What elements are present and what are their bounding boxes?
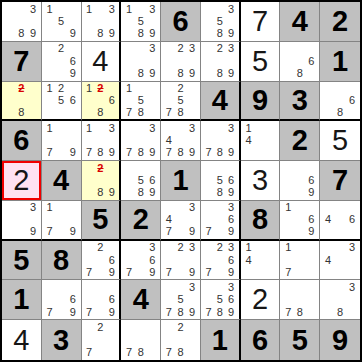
cell-r4c7[interactable]: 14 xyxy=(241,121,281,161)
cell-r3c7[interactable]: 9 xyxy=(241,82,281,122)
empty-mark-slot xyxy=(254,135,266,147)
cell-r8c8[interactable]: 78 xyxy=(280,280,320,320)
cell-r4c9[interactable]: 5 xyxy=(320,121,360,161)
cell-r4c2[interactable]: 179 xyxy=(42,121,82,161)
cell-r5c2[interactable]: 4 xyxy=(42,161,82,201)
cell-r8c3[interactable]: 679 xyxy=(82,280,122,320)
candidate-4: 4 xyxy=(243,254,255,266)
candidate-6: 6 xyxy=(106,294,117,306)
empty-mark-slot xyxy=(55,55,67,67)
pencil-marks: 179 xyxy=(42,121,81,160)
cell-value: 3 xyxy=(280,82,319,120)
cell-value: 1 xyxy=(2,280,41,319)
cell-r7c5[interactable]: 2379 xyxy=(161,241,201,281)
candidate-4: 4 xyxy=(322,254,334,266)
empty-mark-slot xyxy=(163,254,175,266)
empty-mark-slot xyxy=(95,122,106,134)
candidate-3: 3 xyxy=(147,43,159,55)
candidate-8: 8 xyxy=(135,187,147,199)
empty-mark-slot xyxy=(95,294,106,306)
empty-mark-slot xyxy=(203,294,214,306)
empty-mark-slot xyxy=(163,43,175,55)
cell-r7c8[interactable]: 17 xyxy=(280,241,320,281)
cell-value: 3 xyxy=(241,161,280,200)
cell-r1c2[interactable]: 159 xyxy=(42,2,82,42)
cell-r6c3[interactable]: 5 xyxy=(82,201,122,241)
candidate-7: 7 xyxy=(123,266,135,278)
cell-r3c1[interactable]: 28 xyxy=(2,82,42,122)
empty-mark-slot xyxy=(55,122,67,134)
cell-r6c7[interactable]: 8 xyxy=(241,201,281,241)
empty-mark-slot xyxy=(55,202,67,214)
cell-value: 8 xyxy=(241,201,280,239)
candidate-9: 9 xyxy=(67,226,79,238)
empty-mark-slot xyxy=(306,294,318,306)
candidate-7: 7 xyxy=(84,306,95,318)
candidate-3: 3 xyxy=(106,3,117,15)
empty-mark-slot xyxy=(186,254,198,266)
empty-mark-slot xyxy=(147,162,159,174)
cell-r5c7[interactable]: 3 xyxy=(241,161,281,201)
empty-mark-slot xyxy=(106,346,117,359)
cell-r7c6[interactable]: 23679 xyxy=(201,241,241,281)
empty-mark-slot xyxy=(322,242,334,254)
empty-mark-slot xyxy=(346,294,358,306)
cell-r1c6[interactable]: 3589 xyxy=(201,2,241,42)
cell-r5c3[interactable]: 289 xyxy=(82,161,122,201)
pencil-marks: 159 xyxy=(42,2,81,41)
cell-r9c5[interactable]: 278 xyxy=(161,320,201,360)
candidate-2-eliminated: 2 xyxy=(95,162,106,174)
candidate-7: 7 xyxy=(123,106,135,118)
pencil-marks: 1578 xyxy=(121,82,160,120)
empty-mark-slot xyxy=(254,147,266,159)
empty-mark-slot xyxy=(95,94,106,106)
empty-mark-slot xyxy=(282,67,294,79)
empty-mark-slot xyxy=(186,55,198,67)
cell-r9c1[interactable]: 4 xyxy=(2,320,42,360)
cell-r1c9[interactable]: 2 xyxy=(320,2,360,42)
cell-r2c8[interactable]: 68 xyxy=(280,42,320,82)
cell-r6c1[interactable]: 39 xyxy=(2,201,42,241)
empty-mark-slot xyxy=(282,214,294,226)
candidate-9: 9 xyxy=(67,67,79,79)
pencil-marks: 389 xyxy=(121,42,160,81)
empty-mark-slot xyxy=(123,122,135,134)
empty-mark-slot xyxy=(175,135,187,147)
candidate-9: 9 xyxy=(186,226,198,238)
empty-mark-slot xyxy=(147,55,159,67)
candidate-7: 7 xyxy=(203,226,214,238)
candidate-9: 9 xyxy=(186,67,198,79)
cell-r4c4[interactable]: 3789 xyxy=(121,121,161,161)
candidate-3: 3 xyxy=(106,122,117,134)
cell-r5c5[interactable]: 1 xyxy=(161,161,201,201)
cell-value: 1 xyxy=(161,161,200,200)
candidate-8: 8 xyxy=(16,106,28,118)
cell-r9c8[interactable]: 5 xyxy=(280,320,320,360)
empty-mark-slot xyxy=(84,334,95,347)
candidate-7: 7 xyxy=(163,147,175,159)
empty-mark-slot xyxy=(67,202,79,214)
cell-r3c3[interactable]: 1268 xyxy=(82,82,122,122)
empty-mark-slot xyxy=(203,281,214,293)
candidate-4: 4 xyxy=(243,135,255,147)
cell-r4c1[interactable]: 6 xyxy=(2,121,42,161)
empty-mark-slot xyxy=(266,242,278,254)
cell-value: 2 xyxy=(280,121,319,160)
empty-mark-slot xyxy=(214,122,225,134)
empty-mark-slot xyxy=(225,15,236,27)
empty-mark-slot xyxy=(67,135,79,147)
candidate-5: 5 xyxy=(55,15,67,27)
cell-value: 4 xyxy=(82,42,120,81)
candidate-5: 5 xyxy=(135,174,147,186)
cell-r2c6[interactable]: 2389 xyxy=(201,42,241,82)
candidate-6: 6 xyxy=(306,174,318,186)
empty-mark-slot xyxy=(55,28,67,40)
empty-mark-slot xyxy=(4,94,16,106)
candidate-7: 7 xyxy=(44,147,56,159)
empty-mark-slot xyxy=(55,281,67,293)
empty-mark-slot xyxy=(243,147,255,159)
empty-mark-slot xyxy=(322,94,334,106)
empty-mark-slot xyxy=(346,306,358,318)
pencil-marks: 679 xyxy=(82,280,120,319)
empty-mark-slot xyxy=(225,135,236,147)
cell-value: 6 xyxy=(241,320,280,360)
cell-r2c1[interactable]: 7 xyxy=(2,42,42,82)
candidate-9: 9 xyxy=(67,306,79,318)
candidate-5: 5 xyxy=(214,174,225,186)
empty-mark-slot xyxy=(322,294,334,306)
cell-r3c9[interactable]: 68 xyxy=(320,82,360,122)
empty-mark-slot xyxy=(27,83,39,95)
cell-r6c2[interactable]: 179 xyxy=(42,201,82,241)
candidate-9: 9 xyxy=(106,187,117,199)
empty-mark-slot xyxy=(175,214,187,226)
candidate-3: 3 xyxy=(225,43,236,55)
empty-mark-slot xyxy=(175,122,187,134)
cell-r7c2[interactable]: 8 xyxy=(42,241,82,281)
pencil-marks: 3679 xyxy=(201,201,239,239)
candidate-3: 3 xyxy=(225,122,236,134)
cell-r8c5[interactable]: 35789 xyxy=(161,280,201,320)
empty-mark-slot xyxy=(55,67,67,79)
empty-mark-slot xyxy=(135,254,147,266)
empty-mark-slot xyxy=(44,294,56,306)
cell-r1c5[interactable]: 6 xyxy=(161,2,201,42)
candidate-6: 6 xyxy=(147,174,159,186)
empty-mark-slot xyxy=(282,226,294,238)
candidate-7: 7 xyxy=(163,346,175,359)
empty-mark-slot xyxy=(4,226,16,238)
pencil-marks: 2679 xyxy=(82,241,120,280)
cell-r5c6[interactable]: 5689 xyxy=(201,161,241,201)
candidate-8: 8 xyxy=(214,306,225,318)
cell-r7c4[interactable]: 3679 xyxy=(121,241,161,281)
empty-mark-slot xyxy=(123,55,135,67)
candidate-9: 9 xyxy=(306,187,318,199)
cell-value: 3 xyxy=(42,320,81,360)
pencil-marks: 68 xyxy=(320,82,360,120)
pencil-marks: 78 xyxy=(121,320,160,360)
empty-mark-slot xyxy=(306,162,318,174)
cell-r7c9[interactable]: 34 xyxy=(320,241,360,281)
empty-mark-slot xyxy=(84,254,95,266)
candidate-3: 3 xyxy=(346,281,358,293)
cell-r7c3[interactable]: 2679 xyxy=(82,241,122,281)
empty-mark-slot xyxy=(84,162,95,174)
cell-r2c3[interactable]: 4 xyxy=(82,42,122,82)
cell-value: 7 xyxy=(320,161,360,200)
empty-mark-slot xyxy=(55,3,67,15)
candidate-5: 5 xyxy=(175,94,187,106)
candidate-9: 9 xyxy=(27,28,39,40)
cell-r3c5[interactable]: 2578 xyxy=(161,82,201,122)
cell-r6c9[interactable]: 46 xyxy=(320,201,360,241)
candidate-6: 6 xyxy=(106,94,117,106)
candidate-2: 2 xyxy=(214,242,225,254)
empty-mark-slot xyxy=(294,187,306,199)
empty-mark-slot xyxy=(346,226,358,238)
empty-mark-slot xyxy=(322,106,334,118)
candidate-1: 1 xyxy=(123,3,135,15)
candidate-4: 4 xyxy=(163,214,175,226)
candidate-9: 9 xyxy=(186,266,198,278)
empty-mark-slot xyxy=(294,294,306,306)
candidate-6: 6 xyxy=(346,94,358,106)
empty-mark-slot xyxy=(95,174,106,186)
candidate-5: 5 xyxy=(135,15,147,27)
cell-r9c7[interactable]: 6 xyxy=(241,320,281,360)
candidate-9: 9 xyxy=(147,147,159,159)
empty-mark-slot xyxy=(225,162,236,174)
pencil-marks: 35789 xyxy=(161,280,200,319)
candidate-9: 9 xyxy=(225,147,236,159)
cell-r3c8[interactable]: 3 xyxy=(280,82,320,122)
cell-value: 1 xyxy=(320,42,360,81)
candidate-7: 7 xyxy=(123,346,135,359)
candidate-9: 9 xyxy=(306,226,318,238)
cell-r6c6[interactable]: 3679 xyxy=(201,201,241,241)
empty-mark-slot xyxy=(135,55,147,67)
candidate-7: 7 xyxy=(203,266,214,278)
empty-mark-slot xyxy=(44,55,56,67)
cell-r1c4[interactable]: 13589 xyxy=(121,2,161,42)
pencil-marks: 38 xyxy=(320,280,360,319)
candidate-8: 8 xyxy=(135,67,147,79)
cell-r1c1[interactable]: 389 xyxy=(2,2,42,42)
cell-value: 1 xyxy=(201,320,239,360)
empty-mark-slot xyxy=(95,306,106,318)
cell-r8c2[interactable]: 679 xyxy=(42,280,82,320)
pencil-marks: 14 xyxy=(241,241,280,280)
empty-mark-slot xyxy=(55,226,67,238)
cell-r9c9[interactable]: 9 xyxy=(320,320,360,360)
candidate-7: 7 xyxy=(84,147,95,159)
empty-mark-slot xyxy=(135,3,147,15)
empty-mark-slot xyxy=(44,15,56,27)
pencil-marks: 28 xyxy=(2,82,41,120)
empty-mark-slot xyxy=(214,254,225,266)
pencil-marks: 2389 xyxy=(161,42,200,81)
candidate-3: 3 xyxy=(225,242,236,254)
cell-r8c7[interactable]: 2 xyxy=(241,280,281,320)
cell-r4c3[interactable]: 13789 xyxy=(82,121,122,161)
cell-r4c5[interactable]: 34789 xyxy=(161,121,201,161)
cell-r8c4[interactable]: 4 xyxy=(121,280,161,320)
empty-mark-slot xyxy=(334,281,346,293)
empty-mark-slot xyxy=(186,334,198,347)
cell-r1c7[interactable]: 7 xyxy=(241,2,281,42)
pencil-marks: 2389 xyxy=(201,42,239,81)
empty-mark-slot xyxy=(84,321,95,334)
cell-r8c9[interactable]: 38 xyxy=(320,280,360,320)
empty-mark-slot xyxy=(306,281,318,293)
empty-mark-slot xyxy=(123,254,135,266)
cell-value: 5 xyxy=(2,241,41,280)
cell-value: 6 xyxy=(161,2,200,41)
candidate-3: 3 xyxy=(225,3,236,15)
empty-mark-slot xyxy=(123,67,135,79)
pencil-marks: 27 xyxy=(82,320,120,360)
cell-r8c1[interactable]: 1 xyxy=(2,280,42,320)
cell-value: 5 xyxy=(280,320,319,360)
empty-mark-slot xyxy=(203,28,214,40)
empty-mark-slot xyxy=(346,106,358,118)
empty-mark-slot xyxy=(106,135,117,147)
candidate-9: 9 xyxy=(67,147,79,159)
cell-r2c5[interactable]: 2389 xyxy=(161,42,201,82)
cell-r6c8[interactable]: 169 xyxy=(280,201,320,241)
empty-mark-slot xyxy=(16,202,28,214)
empty-mark-slot xyxy=(163,55,175,67)
empty-mark-slot xyxy=(214,226,225,238)
cell-r6c5[interactable]: 3479 xyxy=(161,201,201,241)
cell-r2c2[interactable]: 269 xyxy=(42,42,82,82)
empty-mark-slot xyxy=(123,242,135,254)
pencil-marks: 34 xyxy=(320,241,360,280)
cell-r3c6[interactable]: 4 xyxy=(201,82,241,122)
candidate-8: 8 xyxy=(135,147,147,159)
candidate-3: 3 xyxy=(225,281,236,293)
empty-mark-slot xyxy=(203,214,214,226)
cell-r5c4[interactable]: 5689 xyxy=(121,161,161,201)
pencil-marks: 3589 xyxy=(201,2,239,41)
pencil-marks: 39 xyxy=(2,201,41,239)
cell-r9c3[interactable]: 27 xyxy=(82,320,122,360)
empty-mark-slot xyxy=(163,67,175,79)
cell-r9c6[interactable]: 1 xyxy=(201,320,241,360)
candidate-1: 1 xyxy=(84,3,95,15)
cell-r9c2[interactable]: 3 xyxy=(42,320,82,360)
candidate-3: 3 xyxy=(27,3,39,15)
cell-r4c6[interactable]: 3789 xyxy=(201,121,241,161)
candidate-8: 8 xyxy=(135,28,147,40)
empty-mark-slot xyxy=(294,214,306,226)
cell-r6c4[interactable]: 2 xyxy=(121,201,161,241)
cell-r7c7[interactable]: 14 xyxy=(241,241,281,281)
cell-r5c1[interactable]: 2 xyxy=(2,161,42,201)
pencil-marks: 1389 xyxy=(82,2,120,41)
candidate-8: 8 xyxy=(214,187,225,199)
cell-r9c4[interactable]: 78 xyxy=(121,320,161,360)
empty-mark-slot xyxy=(214,214,225,226)
cell-r8c6[interactable]: 356789 xyxy=(201,280,241,320)
empty-mark-slot xyxy=(44,67,56,79)
candidate-9: 9 xyxy=(147,187,159,199)
candidate-1: 1 xyxy=(243,242,255,254)
candidate-8: 8 xyxy=(95,106,106,118)
candidate-1: 1 xyxy=(44,3,56,15)
empty-mark-slot xyxy=(84,294,95,306)
cell-r2c4[interactable]: 389 xyxy=(121,42,161,82)
empty-mark-slot xyxy=(135,242,147,254)
cell-r5c9[interactable]: 7 xyxy=(320,161,360,201)
empty-mark-slot xyxy=(67,83,79,95)
pencil-marks: 1268 xyxy=(82,82,120,120)
cell-r1c3[interactable]: 1389 xyxy=(82,2,122,42)
cell-r5c8[interactable]: 69 xyxy=(280,161,320,201)
candidate-6: 6 xyxy=(225,294,236,306)
candidate-1: 1 xyxy=(282,202,294,214)
candidate-1: 1 xyxy=(44,122,56,134)
empty-mark-slot xyxy=(163,321,175,334)
candidate-1: 1 xyxy=(243,122,255,134)
cell-value: 6 xyxy=(2,121,41,160)
empty-mark-slot xyxy=(203,43,214,55)
cell-r3c2[interactable]: 1256 xyxy=(42,82,82,122)
candidate-8: 8 xyxy=(95,147,106,159)
empty-mark-slot xyxy=(95,334,106,347)
candidate-1: 1 xyxy=(84,83,95,95)
empty-mark-slot xyxy=(95,3,106,15)
empty-mark-slot xyxy=(84,174,95,186)
candidate-8: 8 xyxy=(175,346,187,359)
candidate-3: 3 xyxy=(186,281,198,293)
cell-r4c8[interactable]: 2 xyxy=(280,121,320,161)
candidate-7: 7 xyxy=(163,106,175,118)
pencil-marks: 68 xyxy=(280,42,319,81)
empty-mark-slot xyxy=(186,294,198,306)
empty-mark-slot xyxy=(254,254,266,266)
candidate-3: 3 xyxy=(346,242,358,254)
empty-mark-slot xyxy=(67,214,79,226)
empty-mark-slot xyxy=(203,174,214,186)
pencil-marks: 13789 xyxy=(82,121,120,160)
candidate-6: 6 xyxy=(67,94,79,106)
empty-mark-slot xyxy=(254,242,266,254)
empty-mark-slot xyxy=(67,281,79,293)
empty-mark-slot xyxy=(203,67,214,79)
empty-mark-slot xyxy=(95,346,106,359)
candidate-6: 6 xyxy=(106,254,117,266)
candidate-9: 9 xyxy=(186,306,198,318)
empty-mark-slot xyxy=(4,28,16,40)
empty-mark-slot xyxy=(123,174,135,186)
empty-mark-slot xyxy=(306,306,318,318)
cell-r1c8[interactable]: 4 xyxy=(280,2,320,42)
empty-mark-slot xyxy=(243,266,255,278)
cell-r7c1[interactable]: 5 xyxy=(2,241,42,281)
cell-r2c7[interactable]: 5 xyxy=(241,42,281,82)
empty-mark-slot xyxy=(306,242,318,254)
cell-r2c9[interactable]: 1 xyxy=(320,42,360,82)
empty-mark-slot xyxy=(294,162,306,174)
empty-mark-slot xyxy=(16,3,28,15)
cell-r3c4[interactable]: 1578 xyxy=(121,82,161,122)
